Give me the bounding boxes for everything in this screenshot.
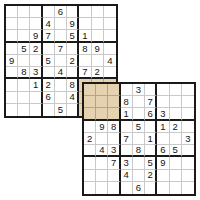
cell-top-left-r4c4-empty[interactable] [43, 43, 55, 55]
cell-bottom-right-r9c5-given: 6 [133, 182, 145, 194]
cell-top-left-r7c4-given: 2 [43, 79, 55, 91]
cell-top-left-r2c4-given: 4 [43, 18, 55, 30]
cell-bottom-right-r8c3-empty[interactable] [108, 170, 120, 182]
cell-bottom-right-r2c5-empty[interactable] [133, 96, 145, 108]
cell-bottom-right-r7c1-empty[interactable] [84, 157, 96, 169]
cell-top-left-r9c5-given: 5 [55, 104, 67, 116]
cell-bottom-right-r5c6-given: 1 [145, 133, 157, 145]
cell-bottom-right-r3c6-given: 6 [145, 108, 157, 120]
cell-bottom-right-r7c6-given: 5 [145, 157, 157, 169]
cell-top-left-r5c3-empty[interactable] [30, 55, 42, 67]
cell-bottom-right-r8c6-given: 2 [145, 170, 157, 182]
cell-bottom-right-r1c3-empty[interactable] [108, 84, 120, 96]
cell-top-left-r2c3-empty[interactable] [30, 18, 42, 30]
cell-bottom-right-r5c1-given: 2 [84, 133, 96, 145]
cell-bottom-right-r7c2-empty[interactable] [96, 157, 108, 169]
cell-top-left-r8c1-empty[interactable] [6, 92, 18, 104]
cell-top-left-r2c5-empty[interactable] [55, 18, 67, 30]
cell-bottom-right-r4c4-empty[interactable] [121, 121, 133, 133]
cell-bottom-right-r9c4-empty[interactable] [121, 182, 133, 194]
cell-bottom-right-r1c4-empty[interactable] [121, 84, 133, 96]
cell-bottom-right-r3c9-empty[interactable] [182, 108, 194, 120]
cell-bottom-right-r7c5-empty[interactable] [133, 157, 145, 169]
cell-bottom-right-r2c2-empty[interactable] [96, 96, 108, 108]
cell-bottom-right-r8c5-empty[interactable] [133, 170, 145, 182]
cell-bottom-right-r8c8-empty[interactable] [170, 170, 182, 182]
cell-bottom-right-r4c1-empty[interactable] [84, 121, 96, 133]
cell-top-left-r5c1-given: 9 [6, 55, 18, 67]
cell-top-left-r3c6-given: 5 [67, 30, 79, 42]
cell-bottom-right-r3c5-empty[interactable] [133, 108, 145, 120]
cell-bottom-right-r4c5-given: 5 [133, 121, 145, 133]
cell-bottom-right-r6c3-given: 3 [108, 145, 120, 157]
cell-top-left-r6c1-empty[interactable] [6, 67, 18, 79]
cell-top-left-r2c2-empty[interactable] [18, 18, 30, 30]
cell-bottom-right-r5c7-empty[interactable] [157, 133, 169, 145]
cell-bottom-right-r1c9-empty[interactable] [182, 84, 194, 96]
cell-bottom-right-r3c2-empty[interactable] [96, 108, 108, 120]
cell-bottom-right-r5c3-empty[interactable] [108, 133, 120, 145]
cell-top-left-r1c9-empty[interactable] [104, 6, 116, 18]
cell-bottom-right-r7c8-empty[interactable] [170, 157, 182, 169]
cell-bottom-right-r2c8-empty[interactable] [170, 96, 182, 108]
cell-bottom-right-r3c4-given: 1 [121, 108, 133, 120]
cell-bottom-right-r4c8-given: 2 [170, 121, 182, 133]
cell-top-left-r7c2-empty[interactable] [18, 79, 30, 91]
cell-top-left-r6c4-empty[interactable] [43, 67, 55, 79]
cell-bottom-right-r7c7-given: 9 [157, 157, 169, 169]
cell-top-left-r4c8-given: 9 [92, 43, 104, 55]
cell-top-left-r5c5-empty[interactable] [55, 55, 67, 67]
twodoku-puzzle: 649975152789952483472128645 387163985122… [0, 0, 200, 200]
cell-bottom-right-r9c9-empty[interactable] [182, 182, 194, 194]
cell-bottom-right-r4c3-given: 8 [108, 121, 120, 133]
cell-bottom-right-r1c7-empty[interactable] [157, 84, 169, 96]
cell-bottom-right-r8c9-empty[interactable] [182, 170, 194, 182]
cell-top-left-r8c2-empty[interactable] [18, 92, 30, 104]
cell-top-left-r9c3-empty[interactable] [30, 104, 42, 116]
cell-top-left-r3c5-empty[interactable] [55, 30, 67, 42]
cell-bottom-right-r7c9-empty[interactable] [182, 157, 194, 169]
cell-top-left-r7c6-given: 8 [67, 79, 79, 91]
cell-bottom-right-r2c4-given: 8 [121, 96, 133, 108]
cell-bottom-right-r3c3-empty[interactable] [108, 108, 120, 120]
cell-top-left-r2c9-empty[interactable] [104, 18, 116, 30]
cell-top-left-r2c8-empty[interactable] [92, 18, 104, 30]
cell-bottom-right-r1c1-empty[interactable] [84, 84, 96, 96]
cell-bottom-right-r6c2-given: 4 [96, 145, 108, 157]
cell-top-left-r4c2-given: 5 [18, 43, 30, 55]
cell-top-left-r7c5-empty[interactable] [55, 79, 67, 91]
cell-top-left-r9c1-empty[interactable] [6, 104, 18, 116]
cell-top-left-r3c1-empty[interactable] [6, 30, 18, 42]
cell-bottom-right-r9c1-empty[interactable] [84, 182, 96, 194]
cell-top-left-r1c2-empty[interactable] [18, 6, 30, 18]
cell-top-left-r5c9-given: 4 [104, 55, 116, 67]
cell-bottom-right-r6c7-given: 6 [157, 145, 169, 157]
cell-top-left-r8c6-given: 4 [67, 92, 79, 104]
cell-top-left-r6c9-empty[interactable] [104, 67, 116, 79]
cell-top-left-r1c8-empty[interactable] [92, 6, 104, 18]
cell-bottom-right-r1c5-given: 3 [133, 84, 145, 96]
cell-bottom-right-r8c4-given: 4 [121, 170, 133, 182]
cell-top-left-r5c6-given: 2 [67, 55, 79, 67]
cell-top-left-r4c7-given: 8 [79, 43, 91, 55]
cell-bottom-right-r1c2-empty[interactable] [96, 84, 108, 96]
cell-bottom-right-r9c3-empty[interactable] [108, 182, 120, 194]
cell-top-left-r3c8-empty[interactable] [92, 30, 104, 42]
cell-bottom-right-r4c7-given: 1 [157, 121, 169, 133]
cell-top-left-r9c2-empty[interactable] [18, 104, 30, 116]
cell-top-left-r8c3-empty[interactable] [30, 92, 42, 104]
cell-bottom-right-r7c3-given: 7 [108, 157, 120, 169]
cell-bottom-right-r2c6-given: 7 [145, 96, 157, 108]
cell-top-left-r4c3-given: 2 [30, 43, 42, 55]
cell-bottom-right-r9c7-empty[interactable] [157, 182, 169, 194]
cell-bottom-right-r1c8-empty[interactable] [170, 84, 182, 96]
cell-top-left-r4c1-empty[interactable] [6, 43, 18, 55]
cell-bottom-right-r2c7-empty[interactable] [157, 96, 169, 108]
cell-bottom-right-r9c2-empty[interactable] [96, 182, 108, 194]
cell-top-left-r1c5-given: 6 [55, 6, 67, 18]
cell-bottom-right-r4c6-empty[interactable] [145, 121, 157, 133]
cell-bottom-right-r5c9-given: 3 [182, 133, 194, 145]
cell-top-left-r1c6-empty[interactable] [67, 6, 79, 18]
cell-bottom-right-r8c2-empty[interactable] [96, 170, 108, 182]
cell-bottom-right-r6c4-empty[interactable] [121, 145, 133, 157]
cell-top-left-r9c4-empty[interactable] [43, 104, 55, 116]
cell-bottom-right-r1c6-empty[interactable] [145, 84, 157, 96]
cell-bottom-right-r6c6-empty[interactable] [145, 145, 157, 157]
cell-top-left-r5c4-given: 5 [43, 55, 55, 67]
cell-bottom-right-r5c2-empty[interactable] [96, 133, 108, 145]
cell-bottom-right-r2c3-empty[interactable] [108, 96, 120, 108]
cell-top-left-r4c5-given: 7 [55, 43, 67, 55]
cell-bottom-right-r8c7-empty[interactable] [157, 170, 169, 182]
cell-top-left-r5c8-empty[interactable] [92, 55, 104, 67]
cell-top-left-r7c1-empty[interactable] [6, 79, 18, 91]
cell-bottom-right-r2c9-empty[interactable] [182, 96, 194, 108]
cell-bottom-right-r9c8-empty[interactable] [170, 182, 182, 194]
cell-top-left-r8c4-given: 6 [43, 92, 55, 104]
cell-top-left-r9c6-empty[interactable] [67, 104, 79, 116]
cell-bottom-right-r5c4-given: 7 [121, 133, 133, 145]
cell-top-left-r6c7-given: 7 [79, 67, 91, 79]
sudoku-board-bottom-right: 387163985122713438657359426 [82, 82, 196, 196]
cell-top-left-r5c2-empty[interactable] [18, 55, 30, 67]
cell-bottom-right-r9c6-empty[interactable] [145, 182, 157, 194]
cell-top-left-r3c9-empty[interactable] [104, 30, 116, 42]
cell-bottom-right-r5c5-empty[interactable] [133, 133, 145, 145]
cell-bottom-right-r4c9-empty[interactable] [182, 121, 194, 133]
cell-top-left-r3c4-given: 7 [43, 30, 55, 42]
cell-top-left-r3c7-given: 1 [79, 30, 91, 42]
cell-bottom-right-r3c7-given: 3 [157, 108, 169, 120]
cell-top-left-r1c4-empty[interactable] [43, 6, 55, 18]
cell-top-left-r4c9-empty[interactable] [104, 43, 116, 55]
cell-bottom-right-r6c5-given: 8 [133, 145, 145, 157]
cell-top-left-r6c5-given: 4 [55, 67, 67, 79]
cell-bottom-right-r6c1-empty[interactable] [84, 145, 96, 157]
cell-top-left-r8c5-empty[interactable] [55, 92, 67, 104]
cell-top-left-r6c8-given: 2 [92, 67, 104, 79]
cell-top-left-r4c6-empty[interactable] [67, 43, 79, 55]
cell-top-left-r2c7-empty[interactable] [79, 18, 91, 30]
cell-top-left-r1c7-empty[interactable] [79, 6, 91, 18]
cell-bottom-right-r8c1-empty[interactable] [84, 170, 96, 182]
cell-top-left-r2c6-given: 9 [67, 18, 79, 30]
cell-bottom-right-r5c8-empty[interactable] [170, 133, 182, 145]
cell-top-left-r3c3-given: 9 [30, 30, 42, 42]
cell-bottom-right-r7c4-given: 3 [121, 157, 133, 169]
cell-bottom-right-r3c1-empty[interactable] [84, 108, 96, 120]
cell-top-left-r3c2-empty[interactable] [18, 30, 30, 42]
cell-top-left-r1c1-empty[interactable] [6, 6, 18, 18]
cell-top-left-r6c3-given: 3 [30, 67, 42, 79]
cell-top-left-r2c1-empty[interactable] [6, 18, 18, 30]
cell-bottom-right-r4c2-given: 9 [96, 121, 108, 133]
cell-bottom-right-r2c1-empty[interactable] [84, 96, 96, 108]
cell-bottom-right-r6c9-empty[interactable] [182, 145, 194, 157]
cell-top-left-r6c2-given: 8 [18, 67, 30, 79]
cell-top-left-r6c6-empty[interactable] [67, 67, 79, 79]
cell-bottom-right-r6c8-given: 5 [170, 145, 182, 157]
cell-top-left-r7c3-given: 1 [30, 79, 42, 91]
cell-top-left-r5c7-empty[interactable] [79, 55, 91, 67]
cell-top-left-r1c3-empty[interactable] [30, 6, 42, 18]
cell-bottom-right-r3c8-empty[interactable] [170, 108, 182, 120]
